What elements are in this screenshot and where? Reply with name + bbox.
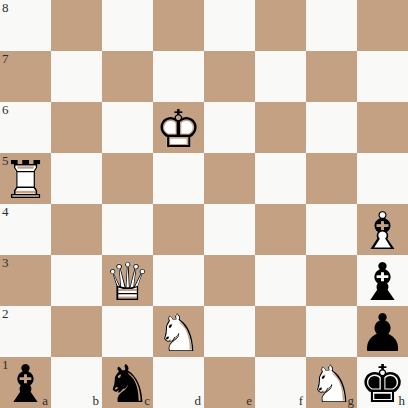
piece-outline-layer: ♘	[306, 359, 357, 408]
square-d5[interactable]	[153, 153, 204, 204]
square-a7[interactable]: 7	[0, 51, 51, 102]
square-b4[interactable]	[51, 204, 102, 255]
square-g6[interactable]	[306, 102, 357, 153]
black-knight-icon[interactable]: ♞	[102, 359, 153, 408]
square-c8[interactable]	[102, 0, 153, 51]
chess-board: 876♚♔5♜♖4♝♗3♛♕♝2♞♘♟1a♝bc♞defg♞♘h♚	[0, 0, 408, 408]
piece-outline-layer: ♗	[357, 206, 408, 257]
square-d8[interactable]	[153, 0, 204, 51]
square-f7[interactable]	[255, 51, 306, 102]
white-knight-icon[interactable]: ♞♘	[306, 359, 357, 408]
black-king-icon[interactable]: ♚	[357, 359, 408, 408]
square-d6[interactable]: ♚♔	[153, 102, 204, 153]
square-d2[interactable]: ♞♘	[153, 306, 204, 357]
square-e1[interactable]: e	[204, 357, 255, 408]
square-f2[interactable]	[255, 306, 306, 357]
square-g5[interactable]	[306, 153, 357, 204]
square-h8[interactable]	[357, 0, 408, 51]
square-f1[interactable]: f	[255, 357, 306, 408]
square-c4[interactable]	[102, 204, 153, 255]
rank-label-2: 2	[2, 306, 9, 321]
square-g8[interactable]	[306, 0, 357, 51]
square-c2[interactable]	[102, 306, 153, 357]
rank-label-3: 3	[2, 255, 9, 270]
square-a6[interactable]: 6	[0, 102, 51, 153]
black-bishop-icon[interactable]: ♝	[357, 257, 408, 308]
square-b7[interactable]	[51, 51, 102, 102]
square-h4[interactable]: ♝♗	[357, 204, 408, 255]
square-f5[interactable]	[255, 153, 306, 204]
square-b3[interactable]	[51, 255, 102, 306]
square-g3[interactable]	[306, 255, 357, 306]
square-f3[interactable]	[255, 255, 306, 306]
rank-label-6: 6	[2, 102, 9, 117]
square-e5[interactable]	[204, 153, 255, 204]
square-e8[interactable]	[204, 0, 255, 51]
white-rook-icon[interactable]: ♜♖	[0, 155, 51, 206]
square-g2[interactable]	[306, 306, 357, 357]
square-a2[interactable]: 2	[0, 306, 51, 357]
square-e2[interactable]	[204, 306, 255, 357]
square-d1[interactable]: d	[153, 357, 204, 408]
square-b8[interactable]	[51, 0, 102, 51]
square-c3[interactable]: ♛♕	[102, 255, 153, 306]
file-label-b: b	[93, 394, 100, 408]
square-g1[interactable]: g♞♘	[306, 357, 357, 408]
square-c7[interactable]	[102, 51, 153, 102]
square-h6[interactable]	[357, 102, 408, 153]
rank-label-4: 4	[2, 204, 9, 219]
square-b5[interactable]	[51, 153, 102, 204]
square-a5[interactable]: 5♜♖	[0, 153, 51, 204]
square-e4[interactable]	[204, 204, 255, 255]
black-bishop-icon[interactable]: ♝	[0, 359, 51, 408]
piece-outline-layer: ♖	[0, 155, 51, 206]
file-label-d: d	[195, 394, 202, 408]
square-a1[interactable]: 1a♝	[0, 357, 51, 408]
rank-label-8: 8	[2, 0, 9, 15]
square-g7[interactable]	[306, 51, 357, 102]
square-b6[interactable]	[51, 102, 102, 153]
square-h1[interactable]: h♚	[357, 357, 408, 408]
square-a3[interactable]: 3	[0, 255, 51, 306]
black-pawn-icon[interactable]: ♟	[357, 308, 408, 359]
square-b1[interactable]: b	[51, 357, 102, 408]
square-c5[interactable]	[102, 153, 153, 204]
square-c1[interactable]: c♞	[102, 357, 153, 408]
file-label-f: f	[299, 394, 303, 408]
white-knight-icon[interactable]: ♞♘	[153, 308, 204, 359]
white-queen-icon[interactable]: ♛♕	[102, 257, 153, 308]
piece-outline-layer: ♔	[153, 104, 204, 155]
square-e3[interactable]	[204, 255, 255, 306]
square-d3[interactable]	[153, 255, 204, 306]
square-b2[interactable]	[51, 306, 102, 357]
square-d7[interactable]	[153, 51, 204, 102]
square-a4[interactable]: 4	[0, 204, 51, 255]
white-king-icon[interactable]: ♚♔	[153, 104, 204, 155]
square-e7[interactable]	[204, 51, 255, 102]
square-e6[interactable]	[204, 102, 255, 153]
white-bishop-icon[interactable]: ♝♗	[357, 206, 408, 257]
piece-outline-layer: ♕	[102, 257, 153, 308]
square-f4[interactable]	[255, 204, 306, 255]
square-g4[interactable]	[306, 204, 357, 255]
square-f8[interactable]	[255, 0, 306, 51]
square-f6[interactable]	[255, 102, 306, 153]
square-h3[interactable]: ♝	[357, 255, 408, 306]
piece-outline-layer: ♘	[153, 308, 204, 359]
square-a8[interactable]: 8	[0, 0, 51, 51]
file-label-e: e	[246, 394, 252, 408]
square-h2[interactable]: ♟	[357, 306, 408, 357]
square-h5[interactable]	[357, 153, 408, 204]
rank-label-7: 7	[2, 51, 9, 66]
square-c6[interactable]	[102, 102, 153, 153]
square-h7[interactable]	[357, 51, 408, 102]
square-d4[interactable]	[153, 204, 204, 255]
